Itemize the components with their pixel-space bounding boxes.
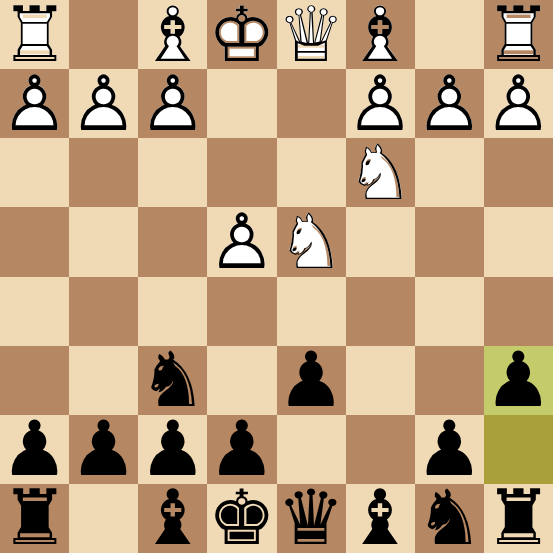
black-queen[interactable]: ♛ [277,484,346,553]
square-a8[interactable]: ♜ [484,484,553,553]
square-f1[interactable]: ♝♗ [138,0,207,69]
square-e2[interactable] [207,69,276,138]
white-bishop[interactable]: ♝♗ [138,0,207,69]
square-c7[interactable] [346,415,415,484]
black-pawn[interactable]: ♟ [69,415,138,484]
square-e1[interactable]: ♚♔ [207,0,276,69]
square-c2[interactable]: ♟♙ [346,69,415,138]
piece-fill-glyph: ♟ [277,346,346,415]
square-g2[interactable]: ♟♙ [69,69,138,138]
white-pawn[interactable]: ♟♙ [69,69,138,138]
square-h4[interactable] [0,207,69,276]
square-g3[interactable] [69,138,138,207]
square-c3[interactable]: ♞♘ [346,138,415,207]
white-pawn[interactable]: ♟♙ [138,69,207,138]
square-g4[interactable] [69,207,138,276]
black-knight[interactable]: ♞ [138,346,207,415]
piece-fill-glyph: ♞ [138,346,207,415]
square-a1[interactable]: ♜♖ [484,0,553,69]
piece-outline-glyph: ♙ [69,69,138,138]
square-a4[interactable] [484,207,553,276]
white-pawn[interactable]: ♟♙ [415,69,484,138]
square-d2[interactable] [277,69,346,138]
square-a5[interactable] [484,277,553,346]
piece-outline-glyph: ♙ [138,69,207,138]
square-h1[interactable]: ♜♖ [0,0,69,69]
square-e8[interactable]: ♚ [207,484,276,553]
square-d4[interactable]: ♞♘ [277,207,346,276]
piece-fill-glyph: ♞ [415,484,484,553]
square-b7[interactable]: ♟ [415,415,484,484]
square-h2[interactable]: ♟♙ [0,69,69,138]
square-f4[interactable] [138,207,207,276]
square-f2[interactable]: ♟♙ [138,69,207,138]
piece-fill-glyph: ♜ [484,0,553,69]
piece-outline-glyph: ♙ [207,207,276,276]
white-rook[interactable]: ♜♖ [0,0,69,69]
square-g8[interactable] [69,484,138,553]
square-c6[interactable] [346,346,415,415]
black-bishop[interactable]: ♝ [138,484,207,553]
black-bishop[interactable]: ♝ [346,484,415,553]
square-b4[interactable] [415,207,484,276]
square-a7[interactable] [484,415,553,484]
piece-fill-glyph: ♚ [207,484,276,553]
square-h5[interactable] [0,277,69,346]
piece-fill-glyph: ♜ [0,0,69,69]
white-pawn[interactable]: ♟♙ [484,69,553,138]
square-h8[interactable]: ♜ [0,484,69,553]
piece-fill-glyph: ♝ [346,484,415,553]
chess-board: ♜♖♝♗♚♔♛♕♝♗♜♖♟♙♟♙♟♙♟♙♟♙♟♙♞♘♟♙♞♘♞♟♟♟♟♟♟♟♜♝… [0,0,553,553]
square-d8[interactable]: ♛ [277,484,346,553]
square-b3[interactable] [415,138,484,207]
square-h3[interactable] [0,138,69,207]
piece-fill-glyph: ♝ [346,0,415,69]
square-f6[interactable]: ♞ [138,346,207,415]
white-pawn[interactable]: ♟♙ [207,207,276,276]
square-h7[interactable]: ♟ [0,415,69,484]
square-h6[interactable] [0,346,69,415]
black-pawn[interactable]: ♟ [415,415,484,484]
piece-fill-glyph: ♟ [346,69,415,138]
piece-fill-glyph: ♜ [484,484,553,553]
piece-fill-glyph: ♟ [138,415,207,484]
white-knight[interactable]: ♞♘ [346,138,415,207]
piece-outline-glyph: ♘ [346,138,415,207]
piece-fill-glyph: ♞ [346,138,415,207]
piece-outline-glyph: ♕ [277,0,346,69]
square-f8[interactable]: ♝ [138,484,207,553]
piece-fill-glyph: ♞ [277,207,346,276]
square-a2[interactable]: ♟♙ [484,69,553,138]
piece-outline-glyph: ♗ [138,0,207,69]
square-c1[interactable]: ♝♗ [346,0,415,69]
square-b1[interactable] [415,0,484,69]
piece-fill-glyph: ♛ [277,0,346,69]
black-pawn[interactable]: ♟ [277,346,346,415]
piece-fill-glyph: ♝ [138,0,207,69]
piece-outline-glyph: ♙ [484,69,553,138]
piece-outline-glyph: ♙ [346,69,415,138]
square-e6[interactable] [207,346,276,415]
piece-fill-glyph: ♟ [207,415,276,484]
square-c8[interactable]: ♝ [346,484,415,553]
piece-fill-glyph: ♟ [138,69,207,138]
square-f5[interactable] [138,277,207,346]
square-b8[interactable]: ♞ [415,484,484,553]
piece-outline-glyph: ♗ [346,0,415,69]
square-a6[interactable]: ♟ [484,346,553,415]
square-d6[interactable]: ♟ [277,346,346,415]
black-king[interactable]: ♚ [207,484,276,553]
square-c5[interactable] [346,277,415,346]
piece-fill-glyph: ♟ [484,69,553,138]
piece-outline-glyph: ♔ [207,0,276,69]
piece-outline-glyph: ♙ [0,69,69,138]
square-c4[interactable] [346,207,415,276]
white-pawn[interactable]: ♟♙ [346,69,415,138]
piece-outline-glyph: ♖ [484,0,553,69]
square-d3[interactable] [277,138,346,207]
square-e4[interactable]: ♟♙ [207,207,276,276]
square-g7[interactable]: ♟ [69,415,138,484]
piece-outline-glyph: ♖ [0,0,69,69]
square-f3[interactable] [138,138,207,207]
piece-fill-glyph: ♛ [277,484,346,553]
square-b2[interactable]: ♟♙ [415,69,484,138]
square-b6[interactable] [415,346,484,415]
black-pawn[interactable]: ♟ [0,415,69,484]
piece-fill-glyph: ♟ [207,207,276,276]
square-d7[interactable] [277,415,346,484]
square-g1[interactable] [69,0,138,69]
square-a3[interactable] [484,138,553,207]
square-f7[interactable]: ♟ [138,415,207,484]
black-pawn[interactable]: ♟ [484,346,553,415]
piece-outline-glyph: ♙ [415,69,484,138]
black-knight[interactable]: ♞ [415,484,484,553]
piece-fill-glyph: ♟ [0,69,69,138]
white-pawn[interactable]: ♟♙ [0,69,69,138]
square-d5[interactable] [277,277,346,346]
square-e7[interactable]: ♟ [207,415,276,484]
square-g5[interactable] [69,277,138,346]
black-pawn[interactable]: ♟ [207,415,276,484]
square-e5[interactable] [207,277,276,346]
piece-fill-glyph: ♟ [415,415,484,484]
piece-fill-glyph: ♜ [0,484,69,553]
black-pawn[interactable]: ♟ [138,415,207,484]
square-b5[interactable] [415,277,484,346]
black-rook[interactable]: ♜ [0,484,69,553]
white-rook[interactable]: ♜♖ [484,0,553,69]
square-e3[interactable] [207,138,276,207]
piece-outline-glyph: ♘ [277,207,346,276]
white-knight[interactable]: ♞♘ [277,207,346,276]
piece-fill-glyph: ♟ [69,69,138,138]
white-queen[interactable]: ♛♕ [277,0,346,69]
black-rook[interactable]: ♜ [484,484,553,553]
white-bishop[interactable]: ♝♗ [346,0,415,69]
piece-fill-glyph: ♟ [0,415,69,484]
piece-fill-glyph: ♝ [138,484,207,553]
piece-fill-glyph: ♚ [207,0,276,69]
square-d1[interactable]: ♛♕ [277,0,346,69]
piece-fill-glyph: ♟ [69,415,138,484]
white-king[interactable]: ♚♔ [207,0,276,69]
piece-fill-glyph: ♟ [484,346,553,415]
square-g6[interactable] [69,346,138,415]
piece-fill-glyph: ♟ [415,69,484,138]
